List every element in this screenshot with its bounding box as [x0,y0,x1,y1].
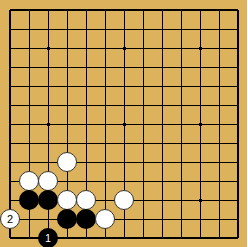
go-board[interactable]: 21 [0,0,247,247]
white-stone [38,171,58,191]
board-point: 2 [1,210,20,229]
black-stone [38,190,58,210]
board-point: 1 [39,229,58,247]
black-stone [57,209,77,229]
board-point [58,153,77,172]
move-number: 1 [45,233,51,244]
board-point [77,191,96,210]
board-point [20,191,39,210]
white-stone [76,190,96,210]
black-stone [19,190,39,210]
black-stone [76,209,96,229]
white-stone [57,152,77,172]
black-stone: 1 [38,228,58,247]
white-stone [19,171,39,191]
white-stone: 2 [0,209,20,229]
board-point [115,191,134,210]
board-point [39,172,58,191]
white-stone [57,190,77,210]
board-point [58,210,77,229]
board-point [77,210,96,229]
stones-layer: 21 [1,1,248,247]
move-number: 2 [7,214,13,225]
board-point [58,191,77,210]
board-point [39,191,58,210]
board-point [20,172,39,191]
board-point [96,210,115,229]
white-stone [95,209,115,229]
white-stone [114,190,134,210]
